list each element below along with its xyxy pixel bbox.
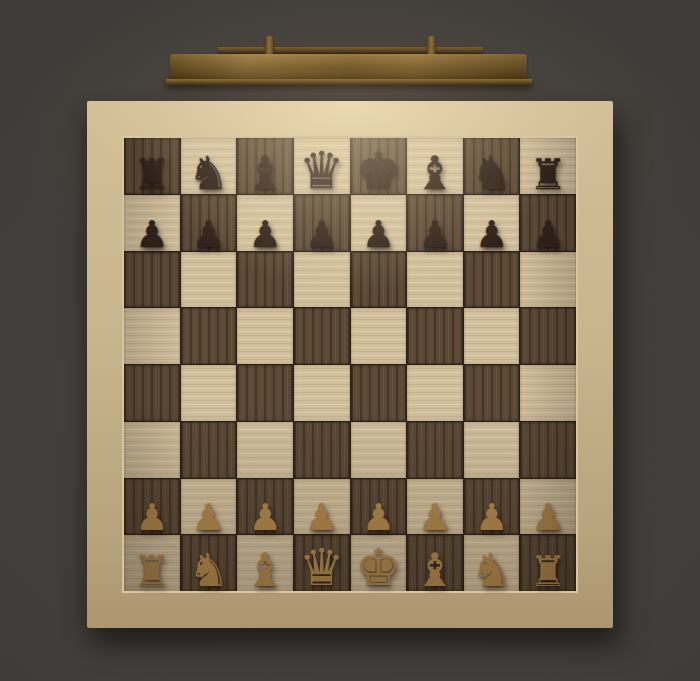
chess-board: ♜♞♝♛♚♝♞♜♟♟♟♟♟♟♟♟♟♟♟♟♟♟♟♟♜♞♝♛♚♝♞♜ (122, 136, 578, 593)
square-c2[interactable]: ♟ (237, 479, 293, 535)
square-a2[interactable]: ♟ (124, 479, 180, 535)
piece-white-pawn[interactable]: ♟ (135, 499, 168, 536)
square-g3[interactable] (464, 422, 520, 478)
square-f1[interactable]: ♝ (407, 535, 463, 591)
square-g8[interactable]: ♞ (464, 138, 520, 194)
square-c3[interactable] (237, 422, 293, 478)
square-d8[interactable]: ♛ (294, 138, 350, 194)
square-c1[interactable]: ♝ (237, 535, 293, 591)
piece-black-pawn[interactable]: ♟ (192, 216, 225, 253)
piece-white-pawn[interactable]: ♟ (475, 499, 508, 536)
square-a8[interactable]: ♜ (124, 138, 180, 194)
square-f3[interactable] (407, 422, 463, 478)
piece-white-rook[interactable]: ♜ (529, 551, 567, 593)
piece-black-pawn[interactable]: ♟ (532, 216, 565, 253)
piece-black-pawn[interactable]: ♟ (418, 216, 451, 253)
square-f6[interactable] (407, 252, 463, 308)
square-h5[interactable] (520, 308, 576, 364)
square-h2[interactable]: ♟ (520, 479, 576, 535)
square-a3[interactable] (124, 422, 180, 478)
square-h6[interactable] (520, 252, 576, 308)
piece-white-king[interactable]: ♚ (355, 542, 401, 593)
square-h1[interactable]: ♜ (520, 535, 576, 591)
picture-light (0, 0, 700, 100)
piece-white-bishop[interactable]: ♝ (414, 547, 455, 593)
square-h8[interactable]: ♜ (520, 138, 576, 194)
piece-black-pawn[interactable]: ♟ (475, 216, 508, 253)
square-g2[interactable]: ♟ (464, 479, 520, 535)
square-g4[interactable] (464, 365, 520, 421)
piece-white-pawn[interactable]: ♟ (192, 499, 225, 536)
piece-black-pawn[interactable]: ♟ (248, 216, 281, 253)
piece-white-queen[interactable]: ♛ (299, 542, 345, 593)
square-f5[interactable] (407, 308, 463, 364)
square-c5[interactable] (237, 308, 293, 364)
square-d5[interactable] (294, 308, 350, 364)
piece-black-knight[interactable]: ♞ (188, 150, 229, 196)
square-e8[interactable]: ♚ (351, 138, 407, 194)
square-b3[interactable] (181, 422, 237, 478)
square-h7[interactable]: ♟ (520, 195, 576, 251)
square-e3[interactable] (351, 422, 407, 478)
picture-light-lip (166, 79, 532, 85)
square-d2[interactable]: ♟ (294, 479, 350, 535)
piece-white-pawn[interactable]: ♟ (305, 499, 338, 536)
piece-white-knight[interactable]: ♞ (471, 547, 512, 593)
piece-white-pawn[interactable]: ♟ (532, 499, 565, 536)
piece-black-queen[interactable]: ♛ (299, 145, 345, 196)
square-b8[interactable]: ♞ (181, 138, 237, 194)
square-f4[interactable] (407, 365, 463, 421)
square-d7[interactable]: ♟ (294, 195, 350, 251)
square-f7[interactable]: ♟ (407, 195, 463, 251)
piece-white-bishop[interactable]: ♝ (244, 547, 285, 593)
chess-board-frame: ♜♞♝♛♚♝♞♜♟♟♟♟♟♟♟♟♟♟♟♟♟♟♟♟♜♞♝♛♚♝♞♜ (87, 101, 613, 628)
square-b6[interactable] (181, 252, 237, 308)
piece-black-rook[interactable]: ♜ (529, 154, 567, 196)
square-c7[interactable]: ♟ (237, 195, 293, 251)
piece-white-pawn[interactable]: ♟ (362, 499, 395, 536)
square-e2[interactable]: ♟ (351, 479, 407, 535)
piece-black-pawn[interactable]: ♟ (362, 216, 395, 253)
square-a6[interactable] (124, 252, 180, 308)
piece-white-pawn[interactable]: ♟ (248, 499, 281, 536)
piece-black-bishop[interactable]: ♝ (244, 150, 285, 196)
square-a7[interactable]: ♟ (124, 195, 180, 251)
square-d3[interactable] (294, 422, 350, 478)
square-d6[interactable] (294, 252, 350, 308)
square-e5[interactable] (351, 308, 407, 364)
square-a4[interactable] (124, 365, 180, 421)
square-b7[interactable]: ♟ (181, 195, 237, 251)
square-g7[interactable]: ♟ (464, 195, 520, 251)
square-d1[interactable]: ♛ (294, 535, 350, 591)
square-e6[interactable] (351, 252, 407, 308)
square-g6[interactable] (464, 252, 520, 308)
square-g5[interactable] (464, 308, 520, 364)
picture-light-mount-bar (218, 47, 483, 53)
piece-white-rook[interactable]: ♜ (133, 551, 171, 593)
square-e7[interactable]: ♟ (351, 195, 407, 251)
piece-black-king[interactable]: ♚ (355, 145, 401, 196)
square-e4[interactable] (351, 365, 407, 421)
piece-white-pawn[interactable]: ♟ (418, 499, 451, 536)
square-h3[interactable] (520, 422, 576, 478)
piece-black-bishop[interactable]: ♝ (414, 150, 455, 196)
piece-white-knight[interactable]: ♞ (188, 547, 229, 593)
square-f8[interactable]: ♝ (407, 138, 463, 194)
piece-black-pawn[interactable]: ♟ (305, 216, 338, 253)
piece-black-knight[interactable]: ♞ (471, 150, 512, 196)
square-b2[interactable]: ♟ (181, 479, 237, 535)
piece-black-rook[interactable]: ♜ (133, 154, 171, 196)
square-a5[interactable] (124, 308, 180, 364)
chess-board-grid: ♜♞♝♛♚♝♞♜♟♟♟♟♟♟♟♟♟♟♟♟♟♟♟♟♜♞♝♛♚♝♞♜ (124, 138, 576, 591)
square-d4[interactable] (294, 365, 350, 421)
square-c8[interactable]: ♝ (237, 138, 293, 194)
square-b1[interactable]: ♞ (181, 535, 237, 591)
square-c6[interactable] (237, 252, 293, 308)
square-f2[interactable]: ♟ (407, 479, 463, 535)
square-a1[interactable]: ♜ (124, 535, 180, 591)
square-b4[interactable] (181, 365, 237, 421)
square-h4[interactable] (520, 365, 576, 421)
picture-light-shade (170, 54, 527, 79)
piece-black-pawn[interactable]: ♟ (135, 216, 168, 253)
square-e1[interactable]: ♚ (351, 535, 407, 591)
square-b5[interactable] (181, 308, 237, 364)
square-g1[interactable]: ♞ (464, 535, 520, 591)
square-c4[interactable] (237, 365, 293, 421)
